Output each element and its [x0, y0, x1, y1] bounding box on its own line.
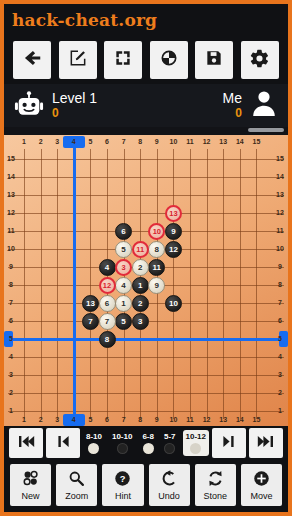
row-label-right: 9	[273, 263, 287, 270]
grid-line-horizontal	[8, 213, 284, 214]
row-label-right: 2	[273, 389, 287, 396]
fullscreen-icon	[113, 48, 133, 71]
prev-icon	[56, 435, 70, 451]
move-chip-label: 10-10	[112, 432, 132, 441]
black-stone-4: 4	[99, 259, 116, 276]
row-label-right: 10	[273, 245, 287, 252]
magnifier-icon	[68, 470, 85, 490]
white-stone-4: 4	[115, 277, 132, 294]
row-label-left: 7	[4, 299, 18, 306]
col-label-bottom: 9	[149, 416, 165, 423]
col-label-top: 10	[165, 138, 181, 145]
grid-line-horizontal	[8, 375, 284, 376]
row-label-left: 6	[4, 317, 18, 324]
skip-to-end-icon	[257, 435, 274, 451]
grid-line-horizontal	[8, 159, 284, 160]
cursor-vertical-line	[73, 147, 76, 415]
col-label-top: 15	[248, 138, 264, 145]
black-stone-3: 3	[132, 313, 149, 330]
row-label-right: 3	[273, 371, 287, 378]
undo-label: Undo	[158, 491, 180, 501]
gear-icon	[249, 48, 270, 72]
row-label-right: 8	[273, 281, 287, 288]
move-history: 8-1010-106-85-710-12	[83, 430, 209, 456]
undo-arrow-icon	[161, 470, 178, 490]
edit-button[interactable]	[59, 41, 97, 79]
white-stone-8: 8	[148, 241, 165, 258]
theme-button[interactable]	[150, 41, 188, 79]
move-nav-bar: 8-1010-106-85-710-12	[4, 426, 288, 462]
board[interactable]: 1122334455667788991010111112121313141415…	[4, 135, 288, 425]
col-label-top: 11	[182, 138, 198, 145]
settings-button[interactable]	[241, 41, 279, 79]
stones-cluster-icon	[22, 470, 39, 490]
row-label-right: 11	[273, 227, 287, 234]
row-label-left: 3	[4, 371, 18, 378]
grid-line-horizontal	[8, 411, 284, 412]
col-label-top: 12	[199, 138, 215, 145]
move-chip-5-7[interactable]: 5-7	[161, 430, 179, 456]
black-stone-1: 1	[132, 277, 149, 294]
me-name: Me	[223, 90, 242, 106]
grid-line-horizontal	[8, 177, 284, 178]
edit-pencil-icon	[68, 48, 88, 71]
col-label-bottom: 4	[66, 416, 82, 423]
row-label-left: 2	[4, 389, 18, 396]
row-label-right: 13	[273, 191, 287, 198]
black-stone-8: 8	[99, 331, 116, 348]
white-stone-6: 6	[99, 295, 116, 312]
row-label-left: 15	[4, 155, 18, 162]
winning-white-stone-12: 12	[99, 277, 116, 294]
grid-line-vertical	[173, 149, 174, 419]
question-circle-icon: ?	[114, 470, 131, 490]
save-floppy-icon	[204, 48, 224, 71]
row-label-left: 4	[4, 353, 18, 360]
col-label-top: 9	[149, 138, 165, 145]
white-stone-7: 7	[99, 313, 116, 330]
grid-line-vertical	[90, 149, 91, 419]
move-chip-label: 6-8	[142, 432, 154, 441]
cursor-horizontal-line	[6, 338, 286, 341]
black-stone-7: 7	[82, 313, 99, 330]
move-label: Move	[250, 491, 272, 501]
new-game-button[interactable]: New	[10, 464, 51, 506]
winning-white-stone-10: 10	[148, 223, 165, 240]
row-label-left: 12	[4, 209, 18, 216]
computer-score: 0	[52, 107, 97, 121]
hint-label: Hint	[115, 491, 131, 501]
col-label-bottom: 3	[49, 416, 65, 423]
row-label-right: 14	[273, 173, 287, 180]
zoom-button[interactable]: Zoom	[56, 464, 97, 506]
next-icon	[222, 435, 236, 451]
top-toolbar	[4, 36, 288, 84]
row-label-right: 1	[273, 407, 287, 414]
black-stone-9: 9	[165, 223, 182, 240]
player-bar: Level 1 0 Me 0	[4, 84, 288, 128]
row-label-right: 7	[273, 299, 287, 306]
row-label-left: 1	[4, 407, 18, 414]
black-stone-2: 2	[132, 295, 149, 312]
stone-button[interactable]: Stone	[195, 464, 236, 506]
white-stone-9: 9	[148, 277, 165, 294]
row-label-left: 8	[4, 281, 18, 288]
move-chip-label: 8-10	[86, 432, 102, 441]
col-label-bottom: 10	[165, 416, 181, 423]
zoom-label: Zoom	[65, 491, 88, 501]
bottom-toolbar: New Zoom ? Hint Undo Stone Move	[4, 461, 288, 512]
move-chip-10-10[interactable]: 10-10	[109, 430, 135, 456]
move-chip-8-10[interactable]: 8-10	[83, 430, 105, 456]
black-stone-13: 13	[82, 295, 99, 312]
new-label: New	[22, 491, 40, 501]
row-label-right: 6	[273, 317, 287, 324]
col-label-top: 5	[82, 138, 98, 145]
grid-line-vertical	[41, 149, 42, 419]
row-label-left: 14	[4, 173, 18, 180]
row-label-left: 10	[4, 245, 18, 252]
col-label-top: 3	[49, 138, 65, 145]
col-label-top: 7	[116, 138, 132, 145]
winning-white-stone-13: 13	[165, 205, 182, 222]
row-label-left: 11	[4, 227, 18, 234]
col-label-bottom: 2	[33, 416, 49, 423]
row-label-right: 5	[273, 335, 287, 342]
white-stone-dot-icon	[190, 443, 201, 454]
col-label-top: 1	[16, 138, 32, 145]
move-button[interactable]: Move	[241, 464, 282, 506]
grid-line-horizontal	[8, 231, 284, 232]
col-label-bottom: 5	[82, 416, 98, 423]
row-label-right: 15	[273, 155, 287, 162]
winning-white-stone-11: 11	[132, 241, 149, 258]
prev-move-button[interactable]	[46, 428, 80, 458]
white-stone-1: 1	[115, 295, 132, 312]
col-label-top: 2	[33, 138, 49, 145]
col-label-bottom: 14	[232, 416, 248, 423]
row-label-right: 12	[273, 209, 287, 216]
stone-label: Stone	[204, 491, 228, 501]
col-label-top: 13	[215, 138, 231, 145]
move-chip-label: 10-12	[186, 432, 206, 441]
move-chip-label: 5-7	[164, 432, 176, 441]
grid-line-vertical	[24, 149, 25, 419]
contrast-circle-icon	[159, 48, 179, 71]
black-stone-10: 10	[165, 295, 182, 312]
col-label-top: 4	[66, 138, 82, 145]
grid-line-vertical	[207, 149, 208, 419]
row-label-left: 13	[4, 191, 18, 198]
winning-white-stone-3: 3	[115, 259, 132, 276]
white-stone-dot-icon	[143, 443, 154, 454]
row-label-left: 9	[4, 263, 18, 270]
banner-title: hack-cheat.org	[12, 10, 157, 30]
black-stone-5: 5	[115, 313, 132, 330]
white-stone-2: 2	[132, 259, 149, 276]
black-stone-11: 11	[148, 259, 165, 276]
last-move-button[interactable]	[249, 428, 283, 458]
plus-circle-icon	[253, 470, 270, 490]
move-chip-10-12[interactable]: 10-12	[183, 430, 209, 456]
back-button[interactable]	[13, 41, 51, 79]
col-label-top: 6	[99, 138, 115, 145]
skip-to-start-icon	[18, 435, 35, 451]
hint-button[interactable]: ? Hint	[102, 464, 143, 506]
grid-line-vertical	[190, 149, 191, 419]
banner: hack-cheat.org	[4, 4, 288, 36]
robot-icon	[14, 90, 44, 121]
player-computer: Level 1 0	[14, 90, 97, 121]
row-label-left: 5	[4, 335, 18, 342]
col-label-bottom: 7	[116, 416, 132, 423]
scrollbar-thumb[interactable]	[248, 128, 284, 132]
col-label-bottom: 12	[199, 416, 215, 423]
col-label-bottom: 11	[182, 416, 198, 423]
col-label-bottom: 8	[132, 416, 148, 423]
board-top-strip	[4, 127, 288, 135]
app-frame: hack-cheat.org	[0, 0, 292, 516]
row-label-right: 4	[273, 353, 287, 360]
move-chip-6-8[interactable]: 6-8	[139, 430, 157, 456]
black-stone-dot-icon	[164, 443, 175, 454]
white-stone-5: 5	[115, 241, 132, 258]
col-label-bottom: 1	[16, 416, 32, 423]
grid-line-horizontal	[8, 393, 284, 394]
fullscreen-button[interactable]	[104, 41, 142, 79]
grid-line-horizontal	[8, 195, 284, 196]
computer-name: Level 1	[52, 90, 97, 106]
grid-line-horizontal	[8, 357, 284, 358]
save-button[interactable]	[195, 41, 233, 79]
undo-button[interactable]: Undo	[149, 464, 190, 506]
grid-line-vertical	[223, 149, 224, 419]
white-stone-dot-icon	[88, 443, 99, 454]
person-icon	[250, 89, 278, 121]
grid-line-vertical	[57, 149, 58, 419]
col-label-bottom: 6	[99, 416, 115, 423]
col-label-top: 14	[232, 138, 248, 145]
svg-text:?: ?	[120, 474, 126, 484]
col-label-bottom: 13	[215, 416, 231, 423]
swap-arrows-icon	[207, 470, 224, 490]
black-stone-12: 12	[165, 241, 182, 258]
grid-line-vertical	[240, 149, 241, 419]
black-stone-6: 6	[115, 223, 132, 240]
me-score: 0	[235, 107, 242, 121]
col-label-bottom: 15	[248, 416, 264, 423]
grid-line-vertical	[256, 149, 257, 419]
player-me: Me 0	[223, 89, 278, 121]
col-label-top: 8	[132, 138, 148, 145]
first-move-button[interactable]	[9, 428, 43, 458]
next-move-button[interactable]	[212, 428, 246, 458]
back-arrow-icon	[21, 47, 43, 72]
black-stone-dot-icon	[117, 443, 128, 454]
